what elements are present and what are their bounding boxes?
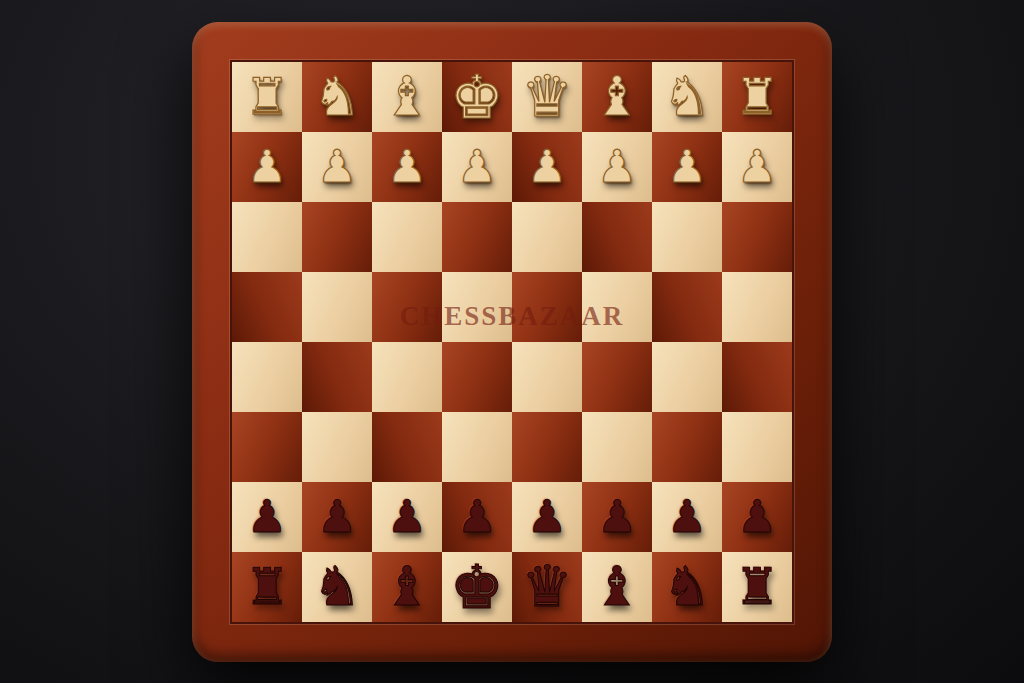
square-g6 [302,412,372,482]
scene: ♜♞♝♚♛♝♞♜♟♟♟♟♟♟♟♟♟♟♟♟♟♟♟♟♜♞♝♚♛♝♞♜ CHESSBA… [0,0,1024,683]
square-a1: ♜ [722,62,792,132]
white-rook: ♜ [245,72,290,122]
white-pawn: ♟ [247,144,287,189]
square-a7: ♟ [722,482,792,552]
square-d7: ♟ [512,482,582,552]
red-pawn: ♟ [387,494,427,539]
square-a4 [722,272,792,342]
square-a8: ♜ [722,552,792,622]
board-frame: ♜♞♝♚♛♝♞♜♟♟♟♟♟♟♟♟♟♟♟♟♟♟♟♟♜♞♝♚♛♝♞♜ CHESSBA… [192,22,832,662]
square-d1: ♛ [512,62,582,132]
square-d2: ♟ [512,132,582,202]
square-b4 [652,272,722,342]
square-b1: ♞ [652,62,722,132]
square-h1: ♜ [232,62,302,132]
square-c7: ♟ [582,482,652,552]
square-g7: ♟ [302,482,372,552]
square-b5 [652,342,722,412]
square-e5 [442,342,512,412]
square-d3 [512,202,582,272]
square-f5 [372,342,442,412]
white-bishop: ♝ [383,70,431,124]
white-pawn: ♟ [387,144,427,189]
white-pawn: ♟ [457,144,497,189]
square-h4 [232,272,302,342]
square-g8: ♞ [302,552,372,622]
square-g1: ♞ [302,62,372,132]
square-f1: ♝ [372,62,442,132]
square-f8: ♝ [372,552,442,622]
square-c6 [582,412,652,482]
square-b2: ♟ [652,132,722,202]
square-b8: ♞ [652,552,722,622]
square-e3 [442,202,512,272]
square-e1: ♚ [442,62,512,132]
square-h2: ♟ [232,132,302,202]
square-a5 [722,342,792,412]
red-knight: ♞ [663,560,711,614]
square-d6 [512,412,582,482]
red-bishop: ♝ [383,560,431,614]
red-pawn: ♟ [457,494,497,539]
chess-board: ♜♞♝♚♛♝♞♜♟♟♟♟♟♟♟♟♟♟♟♟♟♟♟♟♜♞♝♚♛♝♞♜ [230,60,794,624]
red-pawn: ♟ [597,494,637,539]
white-pawn: ♟ [597,144,637,189]
white-queen: ♛ [521,68,572,125]
square-f7: ♟ [372,482,442,552]
square-f4 [372,272,442,342]
white-pawn: ♟ [527,144,567,189]
square-e6 [442,412,512,482]
square-d8: ♛ [512,552,582,622]
square-c8: ♝ [582,552,652,622]
white-pawn: ♟ [737,144,777,189]
square-e7: ♟ [442,482,512,552]
square-c2: ♟ [582,132,652,202]
white-rook: ♜ [735,72,780,122]
square-h5 [232,342,302,412]
square-d4 [512,272,582,342]
square-g5 [302,342,372,412]
red-bishop: ♝ [593,560,641,614]
square-e8: ♚ [442,552,512,622]
square-c1: ♝ [582,62,652,132]
red-pawn: ♟ [737,494,777,539]
square-g2: ♟ [302,132,372,202]
red-pawn: ♟ [317,494,357,539]
square-c3 [582,202,652,272]
white-king: ♚ [450,67,504,127]
red-knight: ♞ [313,560,361,614]
square-b6 [652,412,722,482]
square-h6 [232,412,302,482]
red-rook: ♜ [735,562,780,612]
square-e4 [442,272,512,342]
square-c4 [582,272,652,342]
square-a2: ♟ [722,132,792,202]
square-d5 [512,342,582,412]
white-knight: ♞ [663,70,711,124]
square-b7: ♟ [652,482,722,552]
square-h7: ♟ [232,482,302,552]
square-g4 [302,272,372,342]
red-pawn: ♟ [527,494,567,539]
square-c5 [582,342,652,412]
square-a6 [722,412,792,482]
square-b3 [652,202,722,272]
square-g3 [302,202,372,272]
square-e2: ♟ [442,132,512,202]
red-queen: ♛ [521,558,572,615]
white-pawn: ♟ [317,144,357,189]
white-knight: ♞ [313,70,361,124]
square-f2: ♟ [372,132,442,202]
white-pawn: ♟ [667,144,707,189]
red-king: ♚ [450,557,504,617]
red-rook: ♜ [245,562,290,612]
square-f3 [372,202,442,272]
square-a3 [722,202,792,272]
square-f6 [372,412,442,482]
white-bishop: ♝ [593,70,641,124]
red-pawn: ♟ [667,494,707,539]
square-h3 [232,202,302,272]
square-h8: ♜ [232,552,302,622]
red-pawn: ♟ [247,494,287,539]
